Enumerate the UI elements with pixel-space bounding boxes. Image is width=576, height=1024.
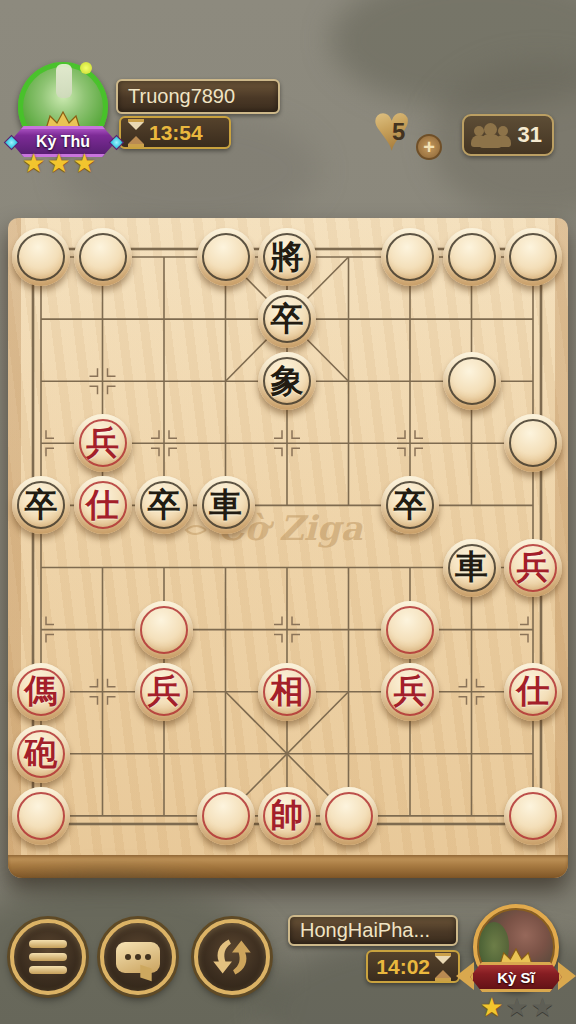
piece-red-兵[interactable]: 兵 — [135, 663, 193, 721]
star-gold: ★ — [47, 150, 70, 176]
hourglass-icon — [435, 953, 451, 981]
piece-glyph: 將 — [258, 228, 316, 286]
piece-glyph: 兵 — [74, 414, 132, 472]
piece-glyph: 仕 — [504, 663, 562, 721]
piece-red-傌[interactable]: 傌 — [12, 663, 70, 721]
bottom-player-rank: Kỳ Sĩ — [497, 969, 535, 986]
piece-face — [509, 233, 557, 281]
piece-glyph: 傌 — [12, 663, 70, 721]
piece-face — [325, 792, 373, 840]
piece-glyph: 車 — [197, 476, 255, 534]
piece-black-車[interactable]: 車 — [197, 476, 255, 534]
piece-red-hidden[interactable] — [12, 787, 70, 845]
piece-black-hidden[interactable] — [74, 228, 132, 286]
piece-red-hidden[interactable] — [504, 787, 562, 845]
piece-black-hidden[interactable] — [12, 228, 70, 286]
piece-face — [17, 233, 65, 281]
piece-glyph: 卒 — [135, 476, 193, 534]
menu-button[interactable] — [10, 919, 86, 995]
hourglass-icon — [128, 119, 144, 147]
swap-button[interactable] — [194, 919, 270, 995]
star-gold: ★ — [22, 150, 45, 176]
star-gray: ★ — [531, 994, 554, 1020]
piece-black-卒[interactable]: 卒 — [381, 476, 439, 534]
piece-black-hidden[interactable] — [443, 228, 501, 286]
people-icon — [472, 123, 510, 149]
viewers-box[interactable]: 31 — [462, 114, 554, 156]
chat-icon — [116, 942, 160, 973]
piece-face — [17, 792, 65, 840]
piece-black-hidden[interactable] — [443, 352, 501, 410]
game-screen: Truong7890 13:54 Kỳ Thủ ★★★ ♥ 5 + 31 — [0, 0, 576, 1024]
piece-red-兵[interactable]: 兵 — [74, 414, 132, 472]
piece-face — [140, 606, 188, 654]
piece-face — [202, 792, 250, 840]
piece-glyph: 卒 — [12, 476, 70, 534]
star-gray: ★ — [505, 994, 528, 1020]
piece-glyph: 車 — [443, 539, 501, 597]
piece-black-車[interactable]: 車 — [443, 539, 501, 597]
piece-glyph: 砲 — [12, 725, 70, 783]
piece-red-仕[interactable]: 仕 — [74, 476, 132, 534]
piece-face — [386, 606, 434, 654]
piece-red-hidden[interactable] — [197, 787, 255, 845]
piece-glyph: 相 — [258, 663, 316, 721]
menu-icon — [29, 940, 67, 974]
piece-black-hidden[interactable] — [381, 228, 439, 286]
piece-glyph: 兵 — [135, 663, 193, 721]
piece-black-hidden[interactable] — [197, 228, 255, 286]
top-player-clock: 13:54 — [149, 121, 203, 145]
chat-button[interactable] — [100, 919, 176, 995]
piece-glyph: 帥 — [258, 787, 316, 845]
bottom-player-timer: 14:02 — [366, 950, 460, 983]
xiangqi-board[interactable]: Cờ Ziga 將卒象兵卒仕卒車卒車兵傌兵相兵仕砲帥 — [8, 218, 568, 878]
bottom-player-clock: 14:02 — [376, 955, 430, 979]
bottom-player-stars: ★★★ — [480, 994, 554, 1020]
piece-red-相[interactable]: 相 — [258, 663, 316, 721]
piece-red-帥[interactable]: 帥 — [258, 787, 316, 845]
top-player-name: Truong7890 — [128, 85, 235, 108]
hearts-widget[interactable]: ♥ 5 + — [372, 104, 442, 170]
bottom-player-rank-badge: Kỳ Sĩ — [470, 962, 562, 992]
piece-glyph: 兵 — [381, 663, 439, 721]
swap-arrows-icon — [210, 935, 254, 979]
piece-black-卒[interactable]: 卒 — [258, 290, 316, 348]
piece-red-兵[interactable]: 兵 — [504, 539, 562, 597]
bottom-player-name-plate: HongHaiPha... — [288, 915, 458, 946]
plus-icon[interactable]: + — [416, 134, 442, 160]
piece-black-卒[interactable]: 卒 — [135, 476, 193, 534]
piece-red-兵[interactable]: 兵 — [381, 663, 439, 721]
piece-face — [448, 357, 496, 405]
top-player-name-plate: Truong7890 — [116, 79, 280, 114]
piece-black-hidden[interactable] — [504, 228, 562, 286]
piece-glyph: 象 — [258, 352, 316, 410]
piece-glyph: 兵 — [504, 539, 562, 597]
pieces-layer: 將卒象兵卒仕卒車卒車兵傌兵相兵仕砲帥 — [8, 218, 568, 855]
piece-face — [79, 233, 127, 281]
piece-black-卒[interactable]: 卒 — [12, 476, 70, 534]
avatar-sparkle — [80, 62, 92, 74]
background-ink-patch — [330, 0, 576, 110]
piece-black-將[interactable]: 將 — [258, 228, 316, 286]
piece-red-hidden[interactable] — [320, 787, 378, 845]
piece-red-hidden[interactable] — [135, 601, 193, 659]
piece-glyph: 仕 — [74, 476, 132, 534]
piece-red-仕[interactable]: 仕 — [504, 663, 562, 721]
bottom-player-name: HongHaiPha... — [300, 919, 430, 942]
piece-face — [202, 233, 250, 281]
star-gold: ★ — [73, 150, 96, 176]
piece-face — [509, 419, 557, 467]
viewers-count: 31 — [518, 122, 542, 148]
piece-face — [509, 792, 557, 840]
piece-glyph: 卒 — [381, 476, 439, 534]
piece-face — [448, 233, 496, 281]
board-edge — [8, 855, 568, 878]
piece-red-hidden[interactable] — [381, 601, 439, 659]
hearts-count: 5 — [392, 118, 405, 146]
star-gold: ★ — [480, 994, 503, 1020]
piece-glyph: 卒 — [258, 290, 316, 348]
piece-face — [386, 233, 434, 281]
avatar-highlight — [56, 64, 72, 98]
piece-black-象[interactable]: 象 — [258, 352, 316, 410]
top-player-stars: ★★★ — [22, 150, 96, 176]
piece-black-hidden[interactable] — [504, 414, 562, 472]
piece-red-砲[interactable]: 砲 — [12, 725, 70, 783]
top-player-timer: 13:54 — [119, 116, 231, 149]
